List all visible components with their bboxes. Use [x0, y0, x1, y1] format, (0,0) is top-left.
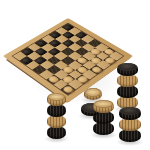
spare-stack-left: [47, 93, 66, 139]
wood-checker: [93, 100, 114, 113]
black-checker-top-icon: [120, 107, 140, 115]
wood-checker-top-icon: [94, 100, 113, 108]
black-checker: [119, 107, 141, 120]
wood-checker: [84, 88, 102, 100]
wood-checker-top-icon: [85, 88, 101, 97]
wood-checker: [47, 93, 66, 106]
spare-stack-middle: [93, 100, 114, 135]
wood-checker-top-icon: [48, 93, 65, 101]
black-checker-top-icon: [118, 63, 137, 71]
spare-pieces: [0, 0, 150, 150]
black-checker: [117, 63, 138, 76]
spare-flat-wood: [84, 88, 102, 100]
spare-stack-right-lower: [119, 107, 141, 142]
checkers-set-scene: [0, 0, 150, 150]
spare-stack-right-upper: [117, 63, 138, 109]
